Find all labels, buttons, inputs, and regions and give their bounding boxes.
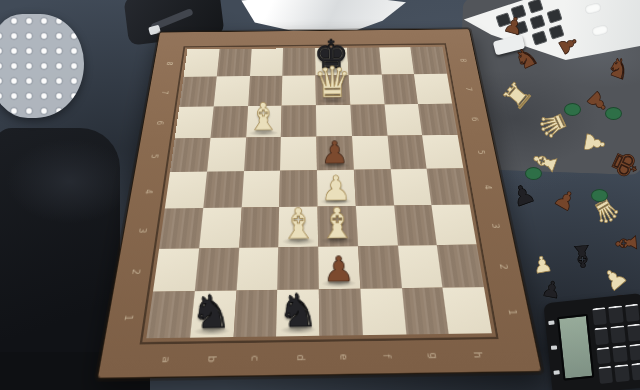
calculator-key (631, 363, 640, 381)
coord-rank-left-5: 5 (149, 154, 158, 159)
felt-base-dot (564, 103, 581, 116)
piece-brown-pawn-e2: ♟ (323, 252, 355, 287)
square-g1 (401, 287, 448, 334)
square-c4 (241, 171, 280, 208)
calculator-keypad (592, 304, 640, 384)
square-g6 (384, 104, 422, 136)
captured-piece-cream: ♟ (531, 252, 554, 277)
square-f4 (354, 169, 394, 206)
captured-piece-brown: ♟ (550, 185, 581, 217)
square-d8 (283, 48, 316, 76)
square-h3 (432, 205, 477, 245)
piece-cream-bishop-e3: ♝ (319, 202, 357, 245)
square-b6 (210, 106, 247, 138)
square-e5: ♟ (316, 136, 353, 170)
calculator-key (610, 325, 625, 343)
square-a7 (179, 77, 216, 107)
coord-rank-left-3: 3 (136, 227, 145, 232)
chess-board: ♚♛♝♟♟♝♝♟♞♞ abcdefgh8877665544332211 (97, 29, 543, 379)
coord-file-f: f (381, 354, 391, 358)
captured-piece-cream: ♟ (580, 129, 610, 156)
square-d1: ♞ (276, 289, 319, 336)
calculator-key (629, 343, 640, 361)
piece-black-knight-b1: ♞ (190, 289, 232, 335)
piece-cream-bishop-c6: ♝ (246, 98, 280, 136)
coord-rank-left-7: 7 (160, 90, 168, 94)
square-h8 (411, 47, 448, 75)
square-a1 (146, 291, 194, 338)
square-f1 (360, 288, 406, 335)
captured-piece-brown: ♝ (612, 229, 640, 256)
board-frame: ♚♛♝♟♟♝♝♟♞♞ abcdefgh8877665544332211 (97, 29, 543, 379)
coord-file-d: d (294, 354, 304, 361)
coord-rank-right-7: 7 (463, 87, 471, 91)
square-b2 (195, 247, 239, 291)
board-grid: ♚♛♝♟♟♝♝♟♞♞ (146, 47, 492, 339)
felt-base-dot (525, 167, 542, 180)
piece-black-knight-d1: ♞ (277, 288, 319, 334)
square-d3: ♝ (278, 207, 318, 247)
piece-brown-pawn-e5: ♟ (321, 138, 349, 169)
square-b3 (199, 208, 241, 248)
square-f3 (356, 206, 398, 246)
square-g3 (394, 205, 437, 245)
square-a4 (165, 172, 207, 209)
calculator-key (608, 305, 623, 323)
calculator-key (615, 364, 630, 382)
calculator-key (625, 304, 640, 322)
coord-file-b: b (205, 356, 215, 363)
captured-piece-black: ♝ (568, 240, 597, 272)
coord-rank-right-1: 1 (505, 309, 515, 315)
square-g4 (390, 169, 431, 206)
square-h1 (443, 287, 492, 334)
calculator-key (596, 346, 611, 364)
coord-rank-right-4: 4 (482, 185, 491, 190)
coord-file-h: h (471, 352, 482, 359)
coord-rank-left-8: 8 (164, 62, 172, 66)
bubble-wrap (0, 14, 84, 118)
square-e6 (316, 104, 352, 136)
square-g7 (381, 74, 418, 104)
square-e2: ♟ (318, 246, 360, 289)
square-a6 (175, 106, 214, 138)
coord-rank-left-2: 2 (129, 269, 139, 275)
calculator (543, 293, 640, 390)
coord-rank-right-3: 3 (489, 223, 498, 228)
coord-rank-right-6: 6 (469, 117, 477, 121)
coord-rank-right-8: 8 (458, 58, 466, 62)
felt-base-dot (605, 107, 622, 120)
square-c6: ♝ (246, 105, 282, 137)
square-h5 (422, 135, 463, 169)
felt-base-dot (591, 189, 608, 202)
square-c3 (239, 207, 280, 247)
square-b1: ♞ (190, 290, 236, 337)
coord-file-c: c (249, 355, 259, 361)
square-d6 (281, 105, 316, 137)
coord-file-g: g (427, 352, 437, 359)
calculator-screen (557, 314, 595, 381)
coord-rank-left-6: 6 (154, 121, 162, 125)
calculator-key (594, 327, 609, 345)
calculator-key (627, 323, 640, 341)
calculator-key (592, 307, 607, 325)
captured-piece-black: ♟ (540, 277, 563, 302)
square-h4 (427, 168, 470, 205)
calculator-key (613, 345, 628, 363)
square-d7 (282, 76, 316, 106)
square-b8 (217, 49, 252, 77)
square-a8 (183, 49, 219, 77)
square-b4 (203, 171, 244, 208)
scene: ♚♛♝♟♟♝♝♟♞♞ abcdefgh8877665544332211 ♟♞♜♟… (0, 0, 640, 390)
square-g8 (379, 47, 414, 75)
square-a3 (159, 208, 203, 248)
coord-rank-left-1: 1 (122, 314, 132, 320)
square-f6 (350, 104, 387, 136)
coord-file-a: a (160, 356, 170, 363)
square-e3: ♝ (318, 206, 358, 246)
square-f8 (347, 47, 381, 75)
square-e1 (319, 288, 363, 335)
square-b7 (214, 76, 250, 106)
square-e7: ♛ (316, 75, 351, 105)
coord-rank-right-2: 2 (497, 264, 507, 270)
square-h6 (418, 103, 457, 135)
captured-piece-black: ♟ (508, 179, 539, 211)
coord-file-e: e (338, 354, 348, 360)
piece-cream-queen-e7: ♛ (313, 61, 352, 104)
calculator-key (598, 366, 613, 384)
piece-cream-bishop-d3: ♝ (279, 203, 317, 246)
coord-rank-right-5: 5 (475, 150, 484, 154)
square-c8 (250, 48, 284, 76)
square-h2 (437, 244, 484, 287)
square-c1 (233, 290, 277, 337)
coord-rank-left-4: 4 (143, 189, 152, 194)
